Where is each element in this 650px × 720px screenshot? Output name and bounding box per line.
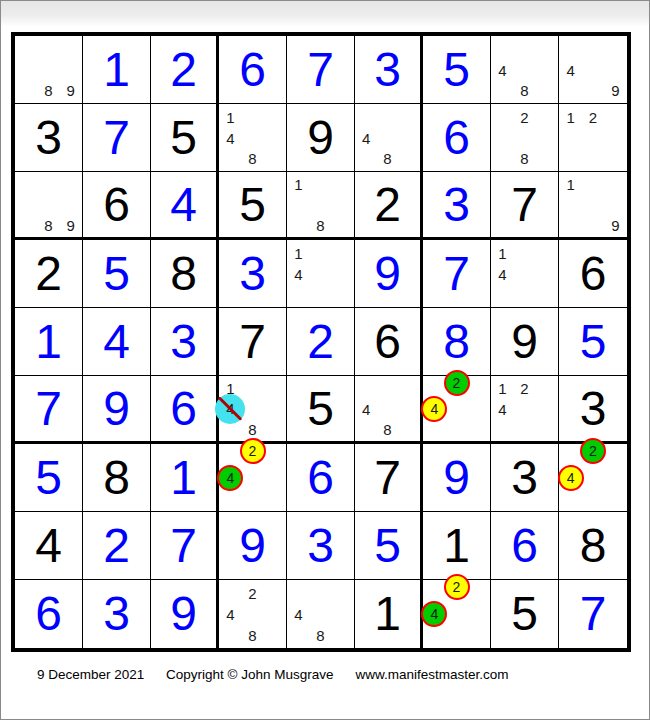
solved-digit: 1 (15, 308, 82, 375)
solved-digit: 3 (151, 308, 216, 375)
cell-r7c7[interactable]: 9 (423, 444, 491, 512)
candidate-8: 8 (316, 217, 324, 232)
cell-r3c5[interactable]: 18 (287, 172, 355, 240)
cell-r8c8[interactable]: 6 (491, 512, 559, 580)
solved-digit: 7 (287, 36, 354, 103)
solved-digit: 3 (219, 240, 286, 307)
cell-r7c6[interactable]: 7 (355, 444, 423, 512)
cell-r9c6[interactable]: 1 (355, 580, 423, 648)
cell-r7c8[interactable]: 3 (491, 444, 559, 512)
cell-r7c2[interactable]: 8 (83, 444, 151, 512)
solved-digit: 9 (219, 512, 286, 579)
footer-copyright: Copyright © John Musgrave (166, 667, 334, 682)
cell-r2c7[interactable]: 6 (423, 104, 491, 172)
cell-r8c2[interactable]: 2 (83, 512, 151, 580)
cell-r7c3[interactable]: 1 (151, 444, 219, 512)
given-digit: 4 (15, 512, 82, 579)
cell-r3c4[interactable]: 5 (219, 172, 287, 240)
cell-r5c6[interactable]: 6 (355, 308, 423, 376)
cell-r1c3[interactable]: 2 (151, 36, 219, 104)
given-digit: 1 (355, 580, 420, 648)
candidate-1: 1 (498, 245, 506, 260)
cell-r5c2[interactable]: 4 (83, 308, 151, 376)
cell-r8c3[interactable]: 7 (151, 512, 219, 580)
solved-digit: 5 (15, 444, 82, 511)
cell-r6c2[interactable]: 9 (83, 376, 151, 444)
given-digit: 7 (355, 444, 420, 511)
page: 8912673548493751489486281289645182371925… (0, 0, 650, 720)
solved-digit: 8 (423, 308, 490, 375)
cell-r5c1[interactable]: 1 (15, 308, 83, 376)
candidate-4: 4 (498, 266, 506, 281)
cell-r1c9[interactable]: 49 (559, 36, 627, 104)
footer-date: 9 December 2021 (37, 667, 144, 682)
given-digit: 8 (151, 240, 216, 307)
solved-digit: 2 (151, 36, 216, 103)
cell-r9c8[interactable]: 5 (491, 580, 559, 648)
cell-r9c4[interactable]: 248 (219, 580, 287, 648)
cell-r4c1[interactable]: 2 (15, 240, 83, 308)
candidate-2-yellow-chain-circle: 2 (444, 574, 470, 600)
candidate-8: 8 (248, 151, 256, 166)
given-digit: 1 (423, 512, 490, 579)
solved-digit: 4 (151, 172, 216, 237)
cell-r2c6[interactable]: 48 (355, 104, 423, 172)
candidate-4: 4 (226, 607, 234, 622)
candidate-4: 4 (566, 62, 574, 77)
cell-r4c4[interactable]: 3 (219, 240, 287, 308)
given-digit: 7 (491, 172, 558, 237)
solved-digit: 6 (219, 36, 286, 103)
given-digit: 5 (287, 376, 354, 441)
candidate-2-green-chain-circle: 2 (580, 438, 606, 464)
candidate-2: 2 (248, 585, 256, 600)
cell-r2c8[interactable]: 28 (491, 104, 559, 172)
cell-r7c4[interactable]: 24 (219, 444, 287, 512)
solved-digit: 3 (355, 36, 420, 103)
candidate-8: 8 (383, 421, 391, 436)
solved-digit: 6 (151, 376, 216, 441)
candidate-1: 1 (566, 109, 574, 124)
solved-digit: 6 (15, 580, 82, 648)
candidate-2-yellow-chain-circle: 2 (240, 438, 266, 464)
cell-r5c5[interactable]: 2 (287, 308, 355, 376)
cell-r3c8[interactable]: 7 (491, 172, 559, 240)
solved-digit: 5 (559, 308, 627, 375)
cell-r9c2[interactable]: 3 (83, 580, 151, 648)
given-digit: 6 (83, 172, 150, 237)
footer-site-url: www.manifestmaster.com (355, 667, 508, 682)
cell-r1c4[interactable]: 6 (219, 36, 287, 104)
cell-r2c4[interactable]: 148 (219, 104, 287, 172)
footer: 9 December 2021 Copyright © John Musgrav… (37, 667, 526, 682)
solved-digit: 5 (423, 36, 490, 103)
candidate-4: 4 (498, 62, 506, 77)
given-digit: 3 (559, 376, 627, 441)
solved-digit: 7 (423, 240, 490, 307)
solved-digit: 2 (287, 308, 354, 375)
given-digit: 2 (355, 172, 420, 237)
candidate-8: 8 (520, 83, 528, 98)
given-digit: 6 (559, 240, 627, 307)
solved-digit: 7 (83, 104, 150, 171)
given-digit: 2 (15, 240, 82, 307)
candidate-1: 1 (294, 245, 302, 260)
cell-r8c4[interactable]: 9 (219, 512, 287, 580)
cell-r4c8[interactable]: 14 (491, 240, 559, 308)
candidate-2-green-chain-circle: 2 (444, 370, 470, 396)
solved-digit: 9 (83, 376, 150, 441)
sudoku-board: 8912673548493751489486281289645182371925… (11, 32, 631, 652)
solved-digit: 6 (287, 444, 354, 511)
candidate-2: 2 (589, 109, 597, 124)
candidate-8: 8 (44, 217, 52, 232)
candidate-4: 4 (226, 130, 234, 145)
cell-r3c9[interactable]: 19 (559, 172, 627, 240)
candidate-1: 1 (498, 381, 506, 396)
cell-r4c6[interactable]: 9 (355, 240, 423, 308)
cell-r5c3[interactable]: 3 (151, 308, 219, 376)
solved-digit: 7 (15, 376, 82, 441)
cell-r3c1[interactable]: 89 (15, 172, 83, 240)
candidate-4: 4 (294, 607, 302, 622)
candidate-4: 4 (498, 401, 506, 416)
given-digit: 9 (491, 308, 558, 375)
candidate-4-eliminated-highlight: 4 (215, 394, 245, 424)
candidate-8: 8 (248, 421, 256, 436)
cell-r7c1[interactable]: 5 (15, 444, 83, 512)
solved-digit: 4 (83, 308, 150, 375)
candidate-4: 4 (294, 266, 302, 281)
cell-r8c1[interactable]: 4 (15, 512, 83, 580)
candidate-4: 4 (362, 401, 370, 416)
candidate-1: 1 (226, 109, 234, 124)
candidate-8: 8 (383, 151, 391, 166)
candidate-1: 1 (566, 177, 574, 192)
solved-digit: 2 (83, 512, 150, 579)
candidate-1: 1 (294, 177, 302, 192)
cell-r6c9[interactable]: 3 (559, 376, 627, 444)
given-digit: 3 (15, 104, 82, 171)
solved-digit: 3 (83, 580, 150, 648)
cell-r5c9[interactable]: 5 (559, 308, 627, 376)
solved-digit: 3 (287, 512, 354, 579)
cell-r2c1[interactable]: 3 (15, 104, 83, 172)
candidate-9: 9 (66, 217, 74, 232)
candidate-9: 9 (611, 83, 619, 98)
cell-r9c5[interactable]: 48 (287, 580, 355, 648)
cell-r6c8[interactable]: 124 (491, 376, 559, 444)
cell-r1c2[interactable]: 1 (83, 36, 151, 104)
cell-r3c3[interactable]: 4 (151, 172, 219, 240)
cell-r9c3[interactable]: 9 (151, 580, 219, 648)
given-digit: 5 (219, 172, 286, 237)
candidate-8: 8 (520, 151, 528, 166)
candidate-9: 9 (611, 217, 619, 232)
solved-digit: 9 (423, 444, 490, 511)
given-digit: 9 (287, 104, 354, 171)
cell-r6c1[interactable]: 7 (15, 376, 83, 444)
candidate-4-green-chain-circle: 4 (217, 465, 243, 491)
solved-digit: 5 (83, 240, 150, 307)
cell-r9c1[interactable]: 6 (15, 580, 83, 648)
candidate-8: 8 (248, 628, 256, 643)
cell-r9c9[interactable]: 7 (559, 580, 627, 648)
cell-r2c9[interactable]: 12 (559, 104, 627, 172)
cell-r3c6[interactable]: 2 (355, 172, 423, 240)
given-digit: 8 (83, 444, 150, 511)
cell-r4c9[interactable]: 6 (559, 240, 627, 308)
cell-r3c7[interactable]: 3 (423, 172, 491, 240)
cell-r5c4[interactable]: 7 (219, 308, 287, 376)
given-digit: 7 (219, 308, 286, 375)
solved-digit: 9 (355, 240, 420, 307)
given-digit: 6 (355, 308, 420, 375)
cell-r6c5[interactable]: 5 (287, 376, 355, 444)
solved-digit: 6 (423, 104, 490, 171)
header-bar (1, 1, 649, 27)
cell-r6c6[interactable]: 48 (355, 376, 423, 444)
solved-digit: 1 (151, 444, 216, 511)
cell-r1c8[interactable]: 48 (491, 36, 559, 104)
cell-r4c3[interactable]: 8 (151, 240, 219, 308)
candidate-2: 2 (520, 381, 528, 396)
candidate-2: 2 (520, 109, 528, 124)
cell-r1c1[interactable]: 89 (15, 36, 83, 104)
cell-r8c6[interactable]: 5 (355, 512, 423, 580)
candidate-4-green-chain-circle: 4 (421, 601, 447, 627)
cell-r1c7[interactable]: 5 (423, 36, 491, 104)
cell-r2c2[interactable]: 7 (83, 104, 151, 172)
candidate-4-yellow-chain-circle: 4 (558, 465, 584, 491)
cell-r8c5[interactable]: 3 (287, 512, 355, 580)
cell-r9c7[interactable]: 24 (423, 580, 491, 648)
cell-r6c7[interactable]: 24 (423, 376, 491, 444)
solved-digit: 5 (355, 512, 420, 579)
cell-r6c3[interactable]: 6 (151, 376, 219, 444)
candidate-8: 8 (44, 83, 52, 98)
given-digit: 5 (491, 580, 558, 648)
cell-r6c4[interactable]: 148 (219, 376, 287, 444)
cell-r8c9[interactable]: 8 (559, 512, 627, 580)
solved-digit: 3 (423, 172, 490, 237)
cell-r1c5[interactable]: 7 (287, 36, 355, 104)
cell-r2c3[interactable]: 5 (151, 104, 219, 172)
candidate-4: 4 (362, 130, 370, 145)
solved-digit: 9 (151, 580, 216, 648)
cell-r2c5[interactable]: 9 (287, 104, 355, 172)
cell-r3c2[interactable]: 6 (83, 172, 151, 240)
cell-r4c5[interactable]: 14 (287, 240, 355, 308)
cell-r7c5[interactable]: 6 (287, 444, 355, 512)
candidate-8: 8 (316, 628, 324, 643)
cell-r4c2[interactable]: 5 (83, 240, 151, 308)
cell-r5c8[interactable]: 9 (491, 308, 559, 376)
cell-r5c7[interactable]: 8 (423, 308, 491, 376)
solved-digit: 6 (491, 512, 558, 579)
candidate-4-yellow-chain-circle: 4 (421, 396, 447, 422)
cell-r7c9[interactable]: 24 (559, 444, 627, 512)
given-digit: 5 (151, 104, 216, 171)
solved-digit: 1 (83, 36, 150, 103)
given-digit: 8 (559, 512, 627, 579)
given-digit: 3 (491, 444, 558, 511)
cell-r4c7[interactable]: 7 (423, 240, 491, 308)
cell-r8c7[interactable]: 1 (423, 512, 491, 580)
elimination-slash-icon (218, 396, 243, 421)
candidate-9: 9 (66, 83, 74, 98)
solved-digit: 7 (559, 580, 627, 648)
solved-digit: 7 (151, 512, 216, 579)
cell-r1c6[interactable]: 3 (355, 36, 423, 104)
